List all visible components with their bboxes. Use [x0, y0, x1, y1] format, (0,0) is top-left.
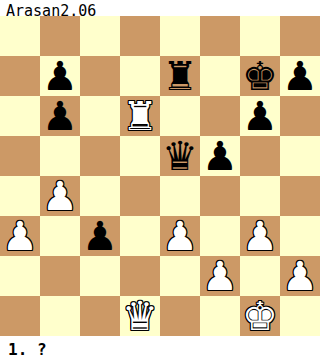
chess-app-window: Arasan2.06 ♟♜♚♟♟♜♟♛♟♟♟♟♟♟♟♟♛♚ 1. ? — [0, 0, 320, 360]
square-h3[interactable] — [280, 216, 320, 256]
square-f1[interactable] — [200, 296, 240, 336]
white-pawn[interactable]: ♟ — [242, 216, 278, 256]
titlebar: Arasan2.06 — [0, 0, 320, 16]
square-g4[interactable] — [240, 176, 280, 216]
square-c3[interactable]: ♟ — [80, 216, 120, 256]
square-b6[interactable]: ♟ — [40, 96, 80, 136]
square-f2[interactable]: ♟ — [200, 256, 240, 296]
move-prompt: 1. ? — [8, 340, 47, 359]
white-rook[interactable]: ♜ — [122, 96, 158, 136]
square-d6[interactable]: ♜ — [120, 96, 160, 136]
square-g5[interactable] — [240, 136, 280, 176]
square-f7[interactable] — [200, 56, 240, 96]
square-g3[interactable]: ♟ — [240, 216, 280, 256]
square-f4[interactable] — [200, 176, 240, 216]
square-a3[interactable]: ♟ — [0, 216, 40, 256]
black-pawn[interactable]: ♟ — [282, 56, 318, 96]
square-a8[interactable] — [0, 16, 40, 56]
square-a6[interactable] — [0, 96, 40, 136]
square-g6[interactable]: ♟ — [240, 96, 280, 136]
black-pawn[interactable]: ♟ — [42, 96, 78, 136]
chess-board: ♟♜♚♟♟♜♟♛♟♟♟♟♟♟♟♟♛♚ — [0, 16, 320, 336]
square-c7[interactable] — [80, 56, 120, 96]
square-h1[interactable] — [280, 296, 320, 336]
square-e1[interactable] — [160, 296, 200, 336]
square-g1[interactable]: ♚ — [240, 296, 280, 336]
square-b5[interactable] — [40, 136, 80, 176]
square-b3[interactable] — [40, 216, 80, 256]
square-h6[interactable] — [280, 96, 320, 136]
square-f3[interactable] — [200, 216, 240, 256]
white-king[interactable]: ♚ — [242, 296, 278, 336]
square-b2[interactable] — [40, 256, 80, 296]
white-pawn[interactable]: ♟ — [282, 256, 318, 296]
square-e5[interactable]: ♛ — [160, 136, 200, 176]
square-e7[interactable]: ♜ — [160, 56, 200, 96]
square-e2[interactable] — [160, 256, 200, 296]
white-pawn[interactable]: ♟ — [2, 216, 38, 256]
square-g7[interactable]: ♚ — [240, 56, 280, 96]
white-pawn[interactable]: ♟ — [202, 256, 238, 296]
statusbar: 1. ? — [0, 336, 320, 360]
square-d2[interactable] — [120, 256, 160, 296]
square-b1[interactable] — [40, 296, 80, 336]
square-c6[interactable] — [80, 96, 120, 136]
white-pawn[interactable]: ♟ — [162, 216, 198, 256]
square-d7[interactable] — [120, 56, 160, 96]
white-pawn[interactable]: ♟ — [42, 176, 78, 216]
square-b7[interactable]: ♟ — [40, 56, 80, 96]
square-h5[interactable] — [280, 136, 320, 176]
square-c5[interactable] — [80, 136, 120, 176]
square-d3[interactable] — [120, 216, 160, 256]
square-h7[interactable]: ♟ — [280, 56, 320, 96]
square-a2[interactable] — [0, 256, 40, 296]
square-c8[interactable] — [80, 16, 120, 56]
black-rook[interactable]: ♜ — [162, 56, 198, 96]
black-pawn[interactable]: ♟ — [242, 96, 278, 136]
square-d1[interactable]: ♛ — [120, 296, 160, 336]
square-b8[interactable] — [40, 16, 80, 56]
square-e4[interactable] — [160, 176, 200, 216]
square-e3[interactable]: ♟ — [160, 216, 200, 256]
black-pawn[interactable]: ♟ — [82, 216, 118, 256]
square-c4[interactable] — [80, 176, 120, 216]
square-h4[interactable] — [280, 176, 320, 216]
square-d5[interactable] — [120, 136, 160, 176]
square-d4[interactable] — [120, 176, 160, 216]
square-a4[interactable] — [0, 176, 40, 216]
black-king[interactable]: ♚ — [242, 56, 278, 96]
square-e6[interactable] — [160, 96, 200, 136]
black-queen[interactable]: ♛ — [162, 136, 198, 176]
square-f8[interactable] — [200, 16, 240, 56]
white-queen[interactable]: ♛ — [122, 296, 158, 336]
black-pawn[interactable]: ♟ — [42, 56, 78, 96]
square-b4[interactable]: ♟ — [40, 176, 80, 216]
square-h8[interactable] — [280, 16, 320, 56]
square-f6[interactable] — [200, 96, 240, 136]
square-c2[interactable] — [80, 256, 120, 296]
square-h2[interactable]: ♟ — [280, 256, 320, 296]
square-c1[interactable] — [80, 296, 120, 336]
square-d8[interactable] — [120, 16, 160, 56]
square-g8[interactable] — [240, 16, 280, 56]
square-a7[interactable] — [0, 56, 40, 96]
square-a1[interactable] — [0, 296, 40, 336]
square-f5[interactable]: ♟ — [200, 136, 240, 176]
square-e8[interactable] — [160, 16, 200, 56]
black-pawn[interactable]: ♟ — [202, 136, 238, 176]
square-g2[interactable] — [240, 256, 280, 296]
square-a5[interactable] — [0, 136, 40, 176]
